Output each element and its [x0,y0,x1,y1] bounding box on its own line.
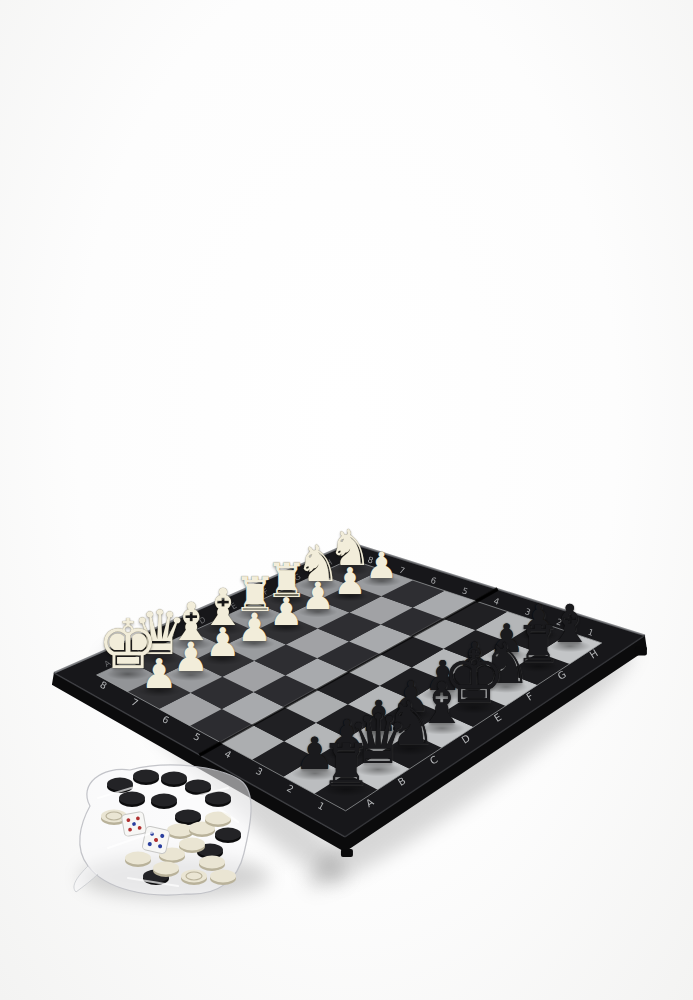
accessories-bag [0,0,693,1000]
checker-ivory [125,852,151,865]
die-blue-red [142,826,170,854]
checker-ivory [210,870,236,883]
checker-black [133,770,159,783]
die-red-blue [121,811,146,836]
product-photo-scene: ABCDEFGH1234567812345678ABCDEFGH ♞♟♞♟♜♟♜… [0,0,693,1000]
checker-black [185,780,211,793]
checker-black [215,828,241,841]
checker-black [119,792,145,805]
checker-ivory [199,856,225,869]
checker-ivory [153,862,179,875]
checker-black [175,810,201,823]
checker-black [151,794,177,807]
checker-black [161,772,187,785]
checker-ivory [179,838,205,851]
bag-group [74,765,251,895]
